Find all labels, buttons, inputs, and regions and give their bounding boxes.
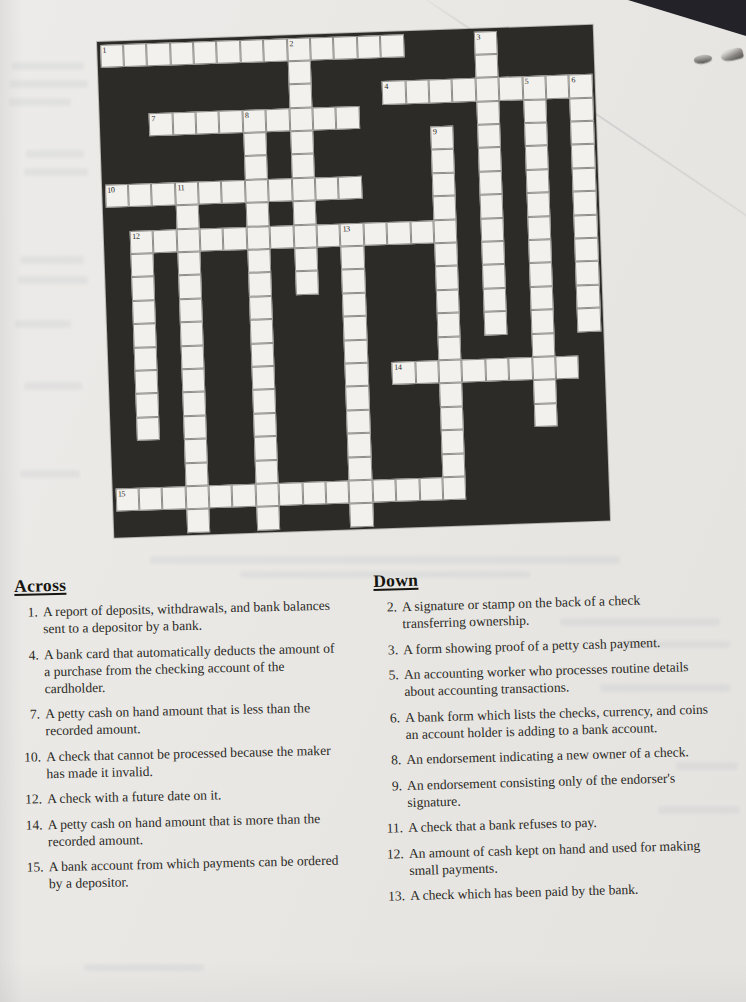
block-cell	[428, 56, 452, 80]
block-cell	[241, 62, 265, 86]
cell-r4c4[interactable]	[172, 111, 196, 135]
cell-r4c8[interactable]	[266, 108, 290, 132]
cell-r1c11[interactable]	[333, 35, 357, 59]
cell-r1c12[interactable]	[357, 35, 381, 59]
cell-r12c21[interactable]	[576, 284, 600, 308]
block-cell	[581, 425, 605, 449]
block-cell	[388, 268, 412, 292]
cell-r19c7[interactable]	[255, 459, 279, 483]
block-cell	[503, 193, 527, 217]
block-cell	[226, 320, 250, 344]
cell-r16c2[interactable]	[135, 393, 159, 417]
cell-r4c7[interactable]: 8	[242, 109, 266, 133]
cell-r9c11[interactable]: 13	[340, 222, 364, 246]
cell-r7c4[interactable]: 11	[175, 181, 199, 205]
cell-r20c11[interactable]	[349, 480, 373, 504]
cell-r1c4[interactable]	[170, 41, 194, 65]
cell-r4c3[interactable]: 7	[149, 112, 173, 136]
clue-down-11: 11.A check that a bank refuses to pay.	[378, 810, 730, 837]
block-cell	[321, 364, 345, 388]
block-cell	[406, 103, 430, 127]
clue-number-10: 10	[107, 185, 115, 194]
cell-r4c10[interactable]	[312, 106, 336, 130]
cell-r8c21[interactable]	[573, 191, 597, 215]
cell-r20c10[interactable]	[325, 480, 349, 504]
cell-r1c9[interactable]: 2	[287, 37, 311, 61]
block-cell	[358, 81, 382, 105]
cell-r11c19[interactable]	[529, 263, 553, 287]
cell-r9c2[interactable]: 12	[129, 230, 153, 254]
block-cell	[484, 334, 508, 358]
block-cell	[296, 318, 320, 342]
block-cell	[109, 301, 133, 325]
cell-r5c17[interactable]	[477, 124, 501, 148]
block-cell	[271, 272, 295, 296]
clue-text: A bank form which lists the checks, curr…	[405, 700, 710, 742]
cell-r15c7[interactable]	[251, 366, 275, 390]
block-cell	[391, 338, 415, 362]
cell-r15c4[interactable]	[181, 368, 205, 392]
cell-r11c11[interactable]	[342, 269, 366, 293]
cell-r10c17[interactable]	[481, 241, 505, 265]
block-cell	[358, 58, 382, 82]
cell-r1c3[interactable]	[146, 42, 170, 66]
block-cell	[416, 384, 440, 408]
cell-r4c17[interactable]	[476, 101, 500, 125]
block-cell	[110, 347, 134, 371]
cell-r12c15[interactable]	[436, 289, 460, 313]
block-cell	[420, 501, 444, 525]
cell-r6c21[interactable]	[571, 144, 595, 168]
cell-r17c4[interactable]	[183, 415, 207, 439]
cell-r3c17[interactable]	[475, 77, 499, 101]
cell-r2c17[interactable]	[474, 54, 498, 78]
cell-r20c1[interactable]: 15	[115, 488, 139, 512]
block-cell	[300, 411, 324, 435]
cell-r12c7[interactable]	[249, 296, 273, 320]
cell-r4c19[interactable]	[523, 99, 547, 123]
block-cell	[217, 63, 241, 87]
cell-r17c2[interactable]	[136, 417, 160, 441]
cell-r4c11[interactable]	[336, 106, 360, 130]
block-cell	[454, 148, 478, 172]
block-cell	[127, 160, 151, 184]
cell-r11c7[interactable]	[248, 272, 272, 296]
cell-r14c4[interactable]	[180, 345, 204, 369]
cell-r9c6[interactable]	[223, 227, 247, 251]
cell-r10c9[interactable]	[294, 247, 318, 271]
clue-text: A check with a future date on it.	[47, 783, 347, 807]
clue-number-9: 9	[433, 127, 437, 136]
cell-r19c11[interactable]	[348, 456, 372, 480]
cell-r10c21[interactable]	[574, 238, 598, 262]
bleed-through-mark	[24, 382, 82, 390]
cell-r9c14[interactable]	[410, 220, 434, 244]
block-cell	[225, 273, 249, 297]
block-cell	[385, 174, 409, 198]
cell-r14c19[interactable]	[531, 333, 555, 357]
clue-text: A check that a bank refuses to pay.	[408, 811, 712, 836]
cell-r13c17[interactable]	[483, 311, 507, 335]
cell-r16c11[interactable]	[346, 386, 370, 410]
cell-r15c15[interactable]	[438, 359, 462, 383]
cell-r3c9[interactable]	[288, 84, 312, 108]
block-cell	[301, 458, 325, 482]
worksheet-page: 123456789101112131415 Across 1.A report …	[0, 0, 746, 1002]
cell-r7c9[interactable]	[291, 177, 315, 201]
block-cell	[269, 202, 293, 226]
cell-r13c7[interactable]	[250, 319, 274, 343]
clue-text: An accounting worker who processes routi…	[404, 658, 709, 700]
cell-r20c4[interactable]	[185, 485, 209, 509]
block-cell	[464, 429, 488, 453]
block-cell	[427, 32, 451, 56]
block-cell	[396, 501, 420, 525]
block-cell	[429, 102, 453, 126]
cell-r1c13[interactable]	[380, 34, 404, 58]
cell-r16c7[interactable]	[252, 389, 276, 413]
cell-r7c7[interactable]	[245, 179, 269, 203]
cell-r10c7[interactable]	[247, 249, 271, 273]
cell-r12c11[interactable]	[342, 293, 366, 317]
block-cell	[277, 435, 301, 459]
block-cell	[453, 125, 477, 149]
cell-r9c5[interactable]	[200, 227, 224, 251]
cell-r20c7[interactable]	[255, 483, 279, 507]
small-object-right	[720, 47, 744, 63]
cell-r8c4[interactable]	[175, 205, 199, 229]
clue-label: 11.	[378, 819, 408, 837]
block-cell	[579, 355, 603, 379]
cell-r3c19[interactable]: 5	[522, 76, 546, 100]
cell-r9c12[interactable]	[363, 222, 387, 246]
cell-r15c17[interactable]	[485, 358, 509, 382]
clue-number-6: 6	[571, 76, 575, 85]
cell-r17c7[interactable]	[253, 413, 277, 437]
cell-r15c19[interactable]	[532, 356, 556, 380]
cell-r15c20[interactable]	[555, 355, 579, 379]
cell-r19c15[interactable]	[442, 453, 466, 477]
block-cell	[312, 83, 336, 107]
cell-r8c15[interactable]	[433, 196, 457, 220]
cell-r14c15[interactable]	[437, 336, 461, 360]
clue-down-13: 13.A check which has been paid by the ba…	[380, 878, 732, 905]
cell-r16c19[interactable]	[533, 380, 557, 404]
small-object-left	[693, 54, 712, 65]
cell-r21c7[interactable]	[256, 506, 280, 530]
clue-text: A signature or stamp on the back of a ch…	[402, 590, 707, 632]
cell-r14c11[interactable]	[344, 339, 368, 363]
clue-text: A check which has been paid by the bank.	[410, 879, 714, 904]
block-cell	[318, 270, 342, 294]
cell-r9c13[interactable]	[387, 221, 411, 245]
block-cell	[450, 31, 474, 55]
cell-r12c4[interactable]	[179, 298, 203, 322]
block-cell	[365, 268, 389, 292]
cell-r15c13[interactable]: 14	[392, 361, 416, 385]
cell-r12c19[interactable]	[529, 286, 553, 310]
cell-r20c9[interactable]	[302, 481, 326, 505]
cell-r11c9[interactable]	[295, 271, 319, 295]
cell-r18c7[interactable]	[254, 436, 278, 460]
block-cell	[220, 133, 244, 157]
block-cell	[512, 450, 536, 474]
cell-r17c19[interactable]	[533, 403, 557, 427]
block-cell	[195, 87, 219, 111]
cell-r4c6[interactable]	[219, 110, 243, 134]
cell-r1c5[interactable]	[193, 40, 217, 64]
block-cell	[320, 317, 344, 341]
block-cell	[317, 247, 341, 271]
block-cell	[316, 200, 340, 224]
clue-number-5: 5	[525, 77, 529, 86]
cell-r11c21[interactable]	[575, 261, 599, 285]
clue-down-5: 5.An accounting worker who processes rou…	[374, 657, 727, 701]
cell-r17c15[interactable]	[440, 406, 464, 430]
cell-r3c21[interactable]: 6	[569, 74, 593, 98]
cell-r9c7[interactable]	[246, 226, 270, 250]
block-cell	[371, 432, 395, 456]
cell-r16c4[interactable]	[182, 392, 206, 416]
clue-text: An endorsement consisting only of the en…	[407, 768, 712, 810]
block-cell	[129, 206, 153, 230]
block-cell	[383, 104, 407, 128]
cell-r1c10[interactable]	[310, 36, 334, 60]
clue-label: 3.	[373, 641, 403, 659]
cell-r10c4[interactable]	[177, 252, 201, 276]
cell-r9c10[interactable]	[317, 223, 341, 247]
cell-r3c16[interactable]	[452, 78, 476, 102]
cell-r10c2[interactable]	[130, 253, 154, 277]
cell-r20c13[interactable]	[396, 478, 420, 502]
cell-r20c12[interactable]	[372, 479, 396, 503]
block-cell	[266, 131, 290, 155]
block-cell	[417, 430, 441, 454]
clue-text: A form showing proof of a petty cash pay…	[403, 632, 707, 657]
cell-r9c8[interactable]	[270, 225, 294, 249]
cell-r11c17[interactable]	[482, 264, 506, 288]
block-cell	[389, 291, 413, 315]
cell-r13c19[interactable]	[530, 309, 554, 333]
cell-r1c2[interactable]	[123, 43, 147, 67]
block-cell	[152, 206, 176, 230]
cell-r18c4[interactable]	[184, 439, 208, 463]
clue-down-6: 6.A bank form which lists the checks, cu…	[375, 700, 728, 744]
block-cell	[323, 410, 347, 434]
cell-r7c5[interactable]	[198, 181, 222, 205]
cell-r9c19[interactable]	[527, 216, 551, 240]
cell-r17c11[interactable]	[346, 409, 370, 433]
cell-r5c9[interactable]	[290, 131, 314, 155]
block-cell	[583, 471, 607, 495]
block-cell	[319, 293, 343, 317]
cell-r20c8[interactable]	[279, 482, 303, 506]
block-cell	[467, 499, 491, 523]
cell-r7c1[interactable]: 10	[104, 184, 128, 208]
block-cell	[156, 322, 180, 346]
cell-r4c21[interactable]	[570, 97, 594, 121]
block-cell	[556, 379, 580, 403]
cell-r12c2[interactable]	[132, 300, 156, 324]
cell-r1c7[interactable]	[240, 39, 264, 63]
clue-label: 10.	[16, 748, 47, 783]
block-cell	[508, 334, 532, 358]
cell-r6c19[interactable]	[524, 146, 548, 170]
cell-r3c20[interactable]	[545, 75, 569, 99]
cell-r15c2[interactable]	[134, 370, 158, 394]
block-cell	[580, 401, 604, 425]
block-cell	[521, 52, 545, 76]
cell-r19c4[interactable]	[184, 462, 208, 486]
block-cell	[230, 414, 254, 438]
block-cell	[111, 371, 135, 395]
cell-r13c11[interactable]	[343, 316, 367, 340]
cell-r13c21[interactable]	[577, 308, 601, 332]
cell-r10c11[interactable]	[341, 246, 365, 270]
cell-r3c13[interactable]: 4	[382, 81, 406, 105]
clue-number-15: 15	[118, 489, 126, 498]
cell-r18c11[interactable]	[347, 433, 371, 457]
cell-r7c6[interactable]	[221, 180, 245, 204]
block-cell	[549, 168, 573, 192]
cell-r8c17[interactable]	[479, 194, 503, 218]
cell-r6c7[interactable]	[244, 156, 268, 180]
cell-r15c18[interactable]	[508, 357, 532, 381]
cell-r6c17[interactable]	[478, 147, 502, 171]
cell-r20c3[interactable]	[162, 486, 186, 510]
cell-r3c14[interactable]	[405, 80, 429, 104]
cell-r6c15[interactable]	[431, 149, 455, 173]
cell-r7c17[interactable]	[479, 171, 503, 195]
cell-r7c11[interactable]	[338, 176, 362, 200]
cell-r3c15[interactable]	[428, 79, 452, 103]
cell-r15c16[interactable]	[462, 359, 486, 383]
cell-r8c9[interactable]	[292, 201, 316, 225]
cell-r7c19[interactable]	[525, 169, 549, 193]
clue-label: 7.	[15, 705, 46, 740]
cell-r20c5[interactable]	[209, 484, 233, 508]
cell-r7c10[interactable]	[315, 177, 339, 201]
block-cell	[362, 198, 386, 222]
cell-r13c4[interactable]	[180, 322, 204, 346]
bleed-through-mark	[12, 62, 84, 70]
clue-down-2: 2.A signature or stamp on the back of a …	[372, 589, 725, 633]
block-cell	[126, 136, 150, 160]
cell-r9c9[interactable]	[293, 224, 317, 248]
cell-r8c19[interactable]	[526, 193, 550, 217]
block-cell	[455, 172, 479, 196]
block-cell	[229, 390, 253, 414]
block-cell	[546, 98, 570, 122]
cell-r21c11[interactable]	[350, 503, 374, 527]
block-cell	[148, 89, 172, 113]
cell-r9c15[interactable]	[433, 219, 457, 243]
block-cell	[368, 362, 392, 386]
cell-r7c3[interactable]	[151, 182, 175, 206]
cell-r8c7[interactable]	[246, 202, 270, 226]
block-cell	[407, 126, 431, 150]
block-cell	[456, 195, 480, 219]
clue-label: 8.	[376, 751, 406, 769]
cell-r14c7[interactable]	[250, 343, 274, 367]
cell-r6c9[interactable]	[291, 154, 315, 178]
cell-r5c21[interactable]	[570, 121, 594, 145]
bleed-through-mark	[84, 964, 204, 971]
cell-r13c15[interactable]	[437, 313, 461, 337]
block-cell	[147, 65, 171, 89]
block-cell	[408, 150, 432, 174]
cell-r1c17[interactable]: 3	[474, 31, 498, 55]
cell-r2c9[interactable]	[287, 60, 311, 84]
cell-r15c11[interactable]	[345, 363, 369, 387]
block-cell	[360, 128, 384, 152]
block-cell	[506, 287, 530, 311]
cell-r20c14[interactable]	[419, 477, 443, 501]
cell-r11c15[interactable]	[435, 266, 459, 290]
cell-r14c2[interactable]	[134, 347, 158, 371]
cell-r4c9[interactable]	[289, 107, 313, 131]
cell-r7c2[interactable]	[128, 183, 152, 207]
block-cell	[412, 290, 436, 314]
block-cell	[510, 404, 534, 428]
block-cell	[324, 434, 348, 458]
cell-r5c19[interactable]	[524, 122, 548, 146]
cell-r10c15[interactable]	[434, 243, 458, 267]
cell-r1c1[interactable]: 1	[100, 44, 124, 68]
block-cell	[453, 101, 477, 125]
cell-r11c4[interactable]	[178, 275, 202, 299]
cell-r20c6[interactable]	[232, 484, 256, 508]
cell-r21c4[interactable]	[186, 509, 210, 533]
block-cell	[113, 418, 137, 442]
block-cell	[280, 505, 304, 529]
cell-r20c2[interactable]	[138, 487, 162, 511]
block-cell	[390, 314, 414, 338]
block-cell	[228, 367, 252, 391]
block-cell	[100, 67, 124, 91]
cell-r7c15[interactable]	[432, 172, 456, 196]
block-cell	[209, 508, 233, 532]
cell-r11c2[interactable]	[131, 277, 155, 301]
cell-r9c3[interactable]	[153, 229, 177, 253]
block-cell	[582, 448, 606, 472]
cell-r15c14[interactable]	[415, 360, 439, 384]
cell-r3c18[interactable]	[499, 76, 523, 100]
cell-r7c21[interactable]	[572, 168, 596, 192]
cell-r1c8[interactable]	[263, 38, 287, 62]
block-cell	[408, 173, 432, 197]
block-cell	[512, 474, 536, 498]
block-cell	[359, 105, 383, 129]
cell-r7c8[interactable]	[268, 178, 292, 202]
clue-text: A bank account from which payments can b…	[48, 851, 349, 892]
cell-r18c15[interactable]	[441, 430, 465, 454]
block-cell	[465, 452, 489, 476]
cell-r20c15[interactable]	[442, 476, 466, 500]
cell-r10c19[interactable]	[528, 239, 552, 263]
cell-r9c4[interactable]	[176, 228, 200, 252]
cell-r13c2[interactable]	[133, 323, 157, 347]
cell-r16c15[interactable]	[439, 383, 463, 407]
cell-r12c17[interactable]	[483, 288, 507, 312]
block-cell	[161, 463, 185, 487]
cell-r9c17[interactable]	[480, 218, 504, 242]
cell-r1c6[interactable]	[216, 40, 240, 64]
cell-r9c21[interactable]	[574, 214, 598, 238]
cell-r5c7[interactable]	[243, 132, 267, 156]
cell-r5c15[interactable]: 9	[430, 126, 454, 150]
cell-r4c5[interactable]	[196, 110, 220, 134]
